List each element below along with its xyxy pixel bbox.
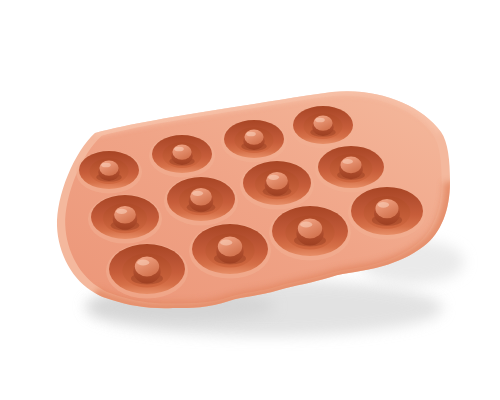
- post-top: [135, 257, 159, 277]
- donut-cavity-r1c1: [76, 151, 142, 194]
- donut-cavity-r2c3: [240, 161, 314, 210]
- donut-cavity-r2c1: [88, 195, 162, 244]
- donut-cavity-r1c3: [221, 120, 287, 163]
- post-top: [114, 206, 136, 224]
- donut-cavity-r3c2: [189, 224, 271, 279]
- post-top: [298, 219, 322, 239]
- donut-cavity-r2c2: [164, 177, 238, 226]
- donut-mold-scene: [0, 0, 500, 400]
- post-highlight: [315, 118, 325, 123]
- donut-cavity-r1c4: [290, 106, 356, 149]
- post-top: [375, 199, 398, 218]
- donut-cavity-r1c2: [149, 135, 215, 178]
- post-highlight: [246, 132, 256, 137]
- post-top: [218, 237, 242, 257]
- donut-cavity-r2c4: [315, 146, 387, 193]
- post-top: [313, 116, 332, 131]
- post-top: [190, 188, 212, 206]
- post-highlight: [220, 240, 232, 246]
- post-top: [266, 172, 288, 190]
- post-highlight: [116, 209, 127, 214]
- post-highlight: [192, 191, 203, 196]
- post-highlight: [378, 202, 390, 208]
- donut-cavity-r3c3: [269, 206, 351, 261]
- post-highlight: [174, 147, 184, 152]
- donut-cavity-r3c1: [106, 244, 188, 299]
- post-highlight: [101, 163, 111, 168]
- post-highlight: [268, 175, 279, 180]
- post-top: [99, 161, 118, 176]
- post-highlight: [137, 260, 149, 266]
- post-highlight: [300, 222, 312, 228]
- post-top: [244, 130, 263, 145]
- donut-cavity-r3c4: [348, 187, 426, 240]
- post-highlight: [342, 159, 353, 164]
- product-photo: [0, 0, 500, 400]
- post-top: [172, 145, 191, 160]
- post-top: [340, 157, 361, 174]
